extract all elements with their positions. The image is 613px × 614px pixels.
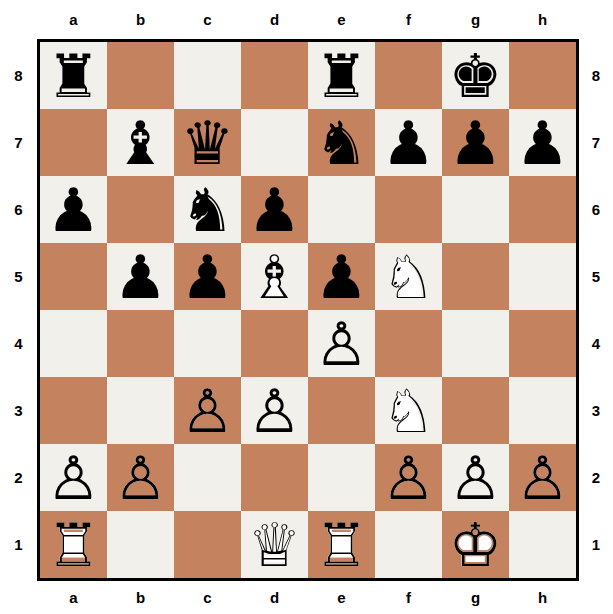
file-label-a: a (40, 581, 107, 614)
piece-black-pawn[interactable]: ♟ (375, 109, 442, 176)
piece-white-pawn[interactable]: ♙ (241, 377, 308, 444)
square-g1[interactable]: ♚♔ (442, 511, 509, 578)
rank-label-1: 1 (579, 511, 613, 578)
piece-white-pawn[interactable]: ♙ (375, 444, 442, 511)
square-f7[interactable]: ♟ (375, 109, 442, 176)
piece-white-pawn[interactable]: ♙ (174, 377, 241, 444)
file-label-d: d (241, 0, 308, 39)
rank-label-3: 3 (579, 377, 613, 444)
piece-white-rook[interactable]: ♖ (40, 511, 107, 578)
piece-black-pawn[interactable]: ♟ (40, 176, 107, 243)
square-c7[interactable]: ♛ (174, 109, 241, 176)
square-c8[interactable] (174, 42, 241, 109)
square-g4[interactable] (442, 310, 509, 377)
rank-label-6: 6 (0, 176, 37, 243)
square-g8[interactable]: ♚ (442, 42, 509, 109)
square-f8[interactable] (375, 42, 442, 109)
square-b7[interactable]: ♝ (107, 109, 174, 176)
rank-label-6: 6 (579, 176, 613, 243)
square-h1[interactable] (509, 511, 576, 578)
file-labels-bottom: abcdefgh (40, 581, 576, 614)
square-d5[interactable]: ♝♗ (241, 243, 308, 310)
square-g7[interactable]: ♟ (442, 109, 509, 176)
square-b1[interactable] (107, 511, 174, 578)
piece-black-pawn[interactable]: ♟ (241, 176, 308, 243)
rank-label-2: 2 (579, 444, 613, 511)
piece-white-pawn[interactable]: ♙ (308, 310, 375, 377)
rank-label-7: 7 (579, 109, 613, 176)
square-b2[interactable]: ♙♙ (107, 444, 174, 511)
square-d1[interactable]: ♛♕ (241, 511, 308, 578)
rank-label-4: 4 (0, 310, 37, 377)
piece-white-rook[interactable]: ♖ (308, 511, 375, 578)
square-h7[interactable]: ♟ (509, 109, 576, 176)
square-d7[interactable] (241, 109, 308, 176)
square-g2[interactable]: ♙♙ (442, 444, 509, 511)
square-e7[interactable]: ♞ (308, 109, 375, 176)
piece-white-bishop[interactable]: ♗ (241, 243, 308, 310)
square-h6[interactable] (509, 176, 576, 243)
file-label-d: d (241, 581, 308, 614)
square-a6[interactable]: ♟ (40, 176, 107, 243)
square-d8[interactable] (241, 42, 308, 109)
square-b4[interactable] (107, 310, 174, 377)
chess-diagram: abcdefgh 87654321 ♜♜♚♝♛♞♟♟♟♟♞♟♟♟♝♗♟♞♘♙♙♙… (0, 0, 613, 614)
file-label-b: b (107, 0, 174, 39)
square-f4[interactable] (375, 310, 442, 377)
file-label-g: g (442, 581, 509, 614)
square-h8[interactable] (509, 42, 576, 109)
piece-white-queen[interactable]: ♕ (241, 511, 308, 578)
square-e1[interactable]: ♜♖ (308, 511, 375, 578)
square-f3[interactable]: ♞♘ (375, 377, 442, 444)
square-e8[interactable]: ♜ (308, 42, 375, 109)
rank-label-8: 8 (0, 42, 37, 109)
square-f5[interactable]: ♞♘ (375, 243, 442, 310)
square-a7[interactable] (40, 109, 107, 176)
square-a4[interactable] (40, 310, 107, 377)
square-e6[interactable] (308, 176, 375, 243)
square-b6[interactable] (107, 176, 174, 243)
rank-label-4: 4 (579, 310, 613, 377)
piece-white-pawn[interactable]: ♙ (509, 444, 576, 511)
square-h2[interactable]: ♙♙ (509, 444, 576, 511)
square-a2[interactable]: ♙♙ (40, 444, 107, 511)
square-c2[interactable] (174, 444, 241, 511)
rank-label-1: 1 (0, 511, 37, 578)
square-g6[interactable] (442, 176, 509, 243)
square-f1[interactable] (375, 511, 442, 578)
square-d6[interactable]: ♟ (241, 176, 308, 243)
square-e2[interactable] (308, 444, 375, 511)
piece-white-knight[interactable]: ♘ (375, 377, 442, 444)
piece-black-pawn[interactable]: ♟ (442, 109, 509, 176)
square-d4[interactable] (241, 310, 308, 377)
rank-label-2: 2 (0, 444, 37, 511)
chess-board: ♜♜♚♝♛♞♟♟♟♟♞♟♟♟♝♗♟♞♘♙♙♙♙♙♙♞♘♙♙♙♙♙♙♙♙♙♙♜♖♛… (37, 39, 579, 581)
square-c1[interactable] (174, 511, 241, 578)
square-c5[interactable]: ♟ (174, 243, 241, 310)
square-a1[interactable]: ♜♖ (40, 511, 107, 578)
rank-label-5: 5 (579, 243, 613, 310)
square-h5[interactable] (509, 243, 576, 310)
file-label-c: c (174, 0, 241, 39)
square-e4[interactable]: ♙♙ (308, 310, 375, 377)
piece-white-pawn[interactable]: ♙ (442, 444, 509, 511)
piece-black-pawn[interactable]: ♟ (107, 243, 174, 310)
square-b5[interactable]: ♟ (107, 243, 174, 310)
piece-black-pawn[interactable]: ♟ (308, 243, 375, 310)
file-label-f: f (375, 0, 442, 39)
square-h4[interactable] (509, 310, 576, 377)
piece-white-king[interactable]: ♔ (442, 511, 509, 578)
square-e5[interactable]: ♟ (308, 243, 375, 310)
square-e3[interactable] (308, 377, 375, 444)
file-label-b: b (107, 581, 174, 614)
piece-black-knight[interactable]: ♞ (174, 176, 241, 243)
square-d3[interactable]: ♙♙ (241, 377, 308, 444)
piece-white-pawn[interactable]: ♙ (107, 444, 174, 511)
piece-black-pawn[interactable]: ♟ (174, 243, 241, 310)
file-label-h: h (509, 0, 576, 39)
square-c4[interactable] (174, 310, 241, 377)
piece-black-rook[interactable]: ♜ (40, 42, 107, 109)
square-a3[interactable] (40, 377, 107, 444)
square-f2[interactable]: ♙♙ (375, 444, 442, 511)
rank-label-7: 7 (0, 109, 37, 176)
file-label-e: e (308, 581, 375, 614)
piece-black-pawn[interactable]: ♟ (509, 109, 576, 176)
piece-black-rook[interactable]: ♜ (308, 42, 375, 109)
piece-black-knight[interactable]: ♞ (308, 109, 375, 176)
file-label-e: e (308, 0, 375, 39)
file-label-h: h (509, 581, 576, 614)
rank-label-5: 5 (0, 243, 37, 310)
rank-labels-right: 87654321 (579, 42, 613, 578)
piece-black-king[interactable]: ♚ (442, 42, 509, 109)
file-labels-top: abcdefgh (40, 0, 576, 39)
square-h3[interactable] (509, 377, 576, 444)
rank-label-8: 8 (579, 42, 613, 109)
square-g5[interactable] (442, 243, 509, 310)
piece-white-knight[interactable]: ♘ (375, 243, 442, 310)
square-a8[interactable]: ♜ (40, 42, 107, 109)
square-f6[interactable] (375, 176, 442, 243)
piece-black-queen[interactable]: ♛ (174, 109, 241, 176)
rank-labels-left: 87654321 (0, 42, 37, 578)
piece-black-bishop[interactable]: ♝ (107, 109, 174, 176)
file-label-f: f (375, 581, 442, 614)
file-label-g: g (442, 0, 509, 39)
square-g3[interactable] (442, 377, 509, 444)
square-b3[interactable] (107, 377, 174, 444)
square-a5[interactable] (40, 243, 107, 310)
file-label-c: c (174, 581, 241, 614)
square-c3[interactable]: ♙♙ (174, 377, 241, 444)
file-label-a: a (40, 0, 107, 39)
square-c6[interactable]: ♞ (174, 176, 241, 243)
square-d2[interactable] (241, 444, 308, 511)
rank-label-3: 3 (0, 377, 37, 444)
piece-white-pawn[interactable]: ♙ (40, 444, 107, 511)
square-b8[interactable] (107, 42, 174, 109)
